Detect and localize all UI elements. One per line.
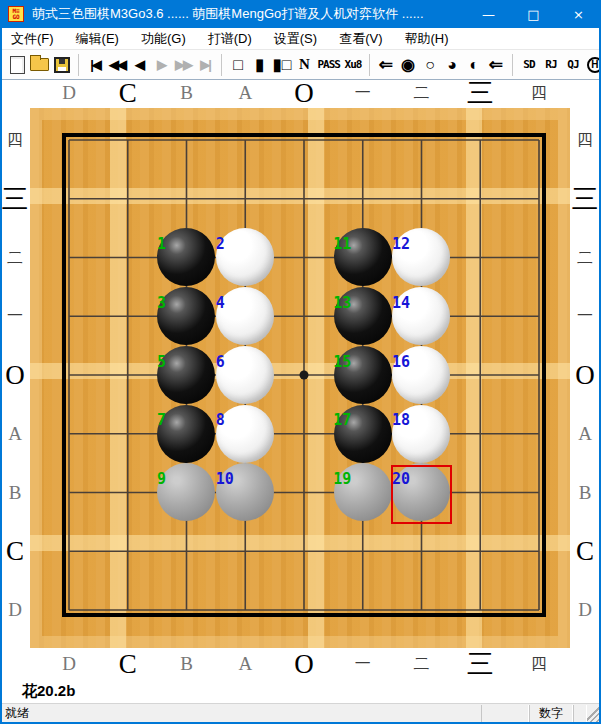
board-intersection[interactable] <box>451 463 510 522</box>
move-number-1: 1 <box>157 235 166 253</box>
coord-label-bottom-8: 四 <box>531 654 547 675</box>
board-intersection[interactable] <box>98 522 157 581</box>
white-stone-2 <box>216 228 274 286</box>
board-intersection[interactable] <box>275 287 334 346</box>
board-intersection[interactable] <box>333 169 392 228</box>
move-number-14: 14 <box>392 294 410 312</box>
minimize-button[interactable]: — <box>466 0 511 28</box>
board-intersection[interactable] <box>510 404 569 463</box>
coord-label-bottom-5: 一 <box>355 654 371 675</box>
board-intersection[interactable] <box>40 581 99 640</box>
board-intersection[interactable] <box>98 228 157 287</box>
board-intersection[interactable] <box>451 522 510 581</box>
coord-label-left-1: 三 <box>2 181 29 217</box>
board-intersection[interactable] <box>216 522 275 581</box>
coord-label-top-1: C <box>119 78 137 109</box>
pac-stone-mode-button[interactable]: ◕ <box>441 53 463 77</box>
toolbar-separator <box>369 54 370 76</box>
board-intersection[interactable]: 10 <box>216 463 275 522</box>
new-file-icon <box>10 56 25 74</box>
move-number-8: 8 <box>216 411 225 429</box>
go-board: 1211123413145615167817189101920 <box>30 108 570 648</box>
board-intersection[interactable] <box>40 287 99 346</box>
board-intersection[interactable] <box>40 111 99 170</box>
board-intersection[interactable]: 19 <box>333 463 392 522</box>
board-intersection[interactable] <box>40 169 99 228</box>
move-number-11: 11 <box>333 235 351 253</box>
coord-label-right-6: B <box>579 482 592 504</box>
board-intersection[interactable] <box>157 522 216 581</box>
board-intersection[interactable]: 16 <box>392 346 451 405</box>
coord-label-right-7: C <box>576 536 594 567</box>
board-intersection[interactable] <box>275 228 334 287</box>
open-folder-icon <box>30 58 49 71</box>
board-intersection[interactable] <box>157 169 216 228</box>
new-file-button[interactable] <box>6 53 28 77</box>
app-icon: M≡ GO <box>8 6 24 22</box>
coord-label-bottom-6: 二 <box>414 654 430 675</box>
menu-item-5[interactable]: 设置(S) <box>263 28 328 50</box>
board-intersection[interactable]: 9 <box>157 463 216 522</box>
title-bar: M≡ GO 萌式三色围棋M3Go3.6 ...... 萌围棋MengGo打谱及人… <box>0 0 601 28</box>
board-intersection[interactable]: 6 <box>216 346 275 405</box>
black-stone-3 <box>157 287 215 345</box>
board-intersection[interactable] <box>510 463 569 522</box>
gray-stone-9 <box>157 463 215 521</box>
board-intersection[interactable] <box>157 111 216 170</box>
coord-label-left-0: 四 <box>7 130 23 151</box>
board-intersection[interactable]: 12 <box>392 228 451 287</box>
move-number-9: 9 <box>157 470 166 488</box>
bar-square-button[interactable]: ▮□ <box>271 53 293 77</box>
fast-forward-button[interactable]: ▶▶ <box>172 53 194 77</box>
black-stone-mode-button[interactable]: ◉ <box>397 53 419 77</box>
move-number-15: 15 <box>333 353 351 371</box>
board-intersection[interactable] <box>275 346 334 405</box>
status-text: 就绪 <box>0 705 481 722</box>
board-intersection[interactable]: 1 <box>157 228 216 287</box>
white-stone-4 <box>216 287 274 345</box>
board-intersection[interactable] <box>392 522 451 581</box>
move-number-7: 7 <box>157 411 166 429</box>
toolbar-separator <box>221 54 222 76</box>
coord-label-left-7: C <box>6 536 24 567</box>
xu8-button[interactable]: Xu8 <box>342 53 364 77</box>
coord-label-right-8: D <box>578 599 592 621</box>
status-cell-1 <box>481 705 529 722</box>
board-intersection[interactable] <box>275 463 334 522</box>
board-intersection[interactable] <box>98 111 157 170</box>
board-intersection[interactable]: 2 <box>216 228 275 287</box>
bar-button[interactable]: ▮ <box>249 53 271 77</box>
black-stone-7 <box>157 405 215 463</box>
board-intersection[interactable] <box>510 581 569 640</box>
coord-label-top-7: 三 <box>467 75 494 111</box>
n-button[interactable]: N <box>293 53 315 77</box>
open-file-button[interactable] <box>28 53 51 77</box>
board-intersection[interactable] <box>40 463 99 522</box>
close-button[interactable]: × <box>556 0 601 28</box>
board-intersection[interactable] <box>333 522 392 581</box>
rewind-button[interactable]: ◀◀ <box>106 53 128 77</box>
board-intersection[interactable] <box>275 522 334 581</box>
board-client-area: 1211123413145615167817189101920 DCBAO一二三… <box>0 80 601 703</box>
status-cell-3 <box>573 705 587 722</box>
move-number-17: 17 <box>333 411 351 429</box>
toolbar-separator <box>512 54 513 76</box>
move-number-13: 13 <box>333 294 351 312</box>
coord-label-left-2: 二 <box>7 247 23 268</box>
toolbar-separator <box>78 54 79 76</box>
coord-label-bottom-0: D <box>62 653 76 675</box>
undo-arrow-button[interactable]: ⇐ <box>375 53 397 77</box>
board-intersection[interactable] <box>40 404 99 463</box>
sd-button[interactable]: SD <box>518 53 540 77</box>
coord-label-top-8: 四 <box>531 83 547 104</box>
move-number-5: 5 <box>157 353 166 371</box>
board-intersection[interactable]: 8 <box>216 404 275 463</box>
board-intersection[interactable] <box>510 111 569 170</box>
menu-item-7[interactable]: 帮助(H) <box>393 28 459 50</box>
board-intersection[interactable] <box>40 522 99 581</box>
move-number-6: 6 <box>216 353 225 371</box>
menu-item-2[interactable]: 编辑(E) <box>65 28 130 50</box>
coord-label-top-3: A <box>238 82 252 104</box>
window-title: 萌式三色围棋M3Go3.6 ...... 萌围棋MengGo打谱及人机对弈软件 … <box>32 5 424 23</box>
app-icon-bottom: GO <box>12 14 19 20</box>
board-intersection[interactable]: 14 <box>392 287 451 346</box>
pass-button[interactable]: PASS <box>315 53 342 77</box>
undo-arrow2-button[interactable]: ⇐ <box>485 53 507 77</box>
board-intersection[interactable]: 17 <box>333 404 392 463</box>
board-intersection[interactable] <box>98 287 157 346</box>
board-intersection[interactable] <box>392 169 451 228</box>
menu-item-4[interactable]: 打谱(D) <box>197 28 263 50</box>
save-file-button[interactable] <box>51 53 73 77</box>
board-intersection[interactable] <box>510 228 569 287</box>
board-intersection[interactable] <box>275 169 334 228</box>
board-intersection[interactable] <box>40 228 99 287</box>
coord-label-left-3: 一 <box>7 306 23 327</box>
board-intersection[interactable] <box>275 581 334 640</box>
move-number-12: 12 <box>392 235 410 253</box>
coord-label-top-4: O <box>294 78 314 109</box>
move-number-18: 18 <box>392 411 410 429</box>
next-move-button[interactable]: ▶ <box>150 53 172 77</box>
board-intersection[interactable] <box>275 404 334 463</box>
prev-move-button[interactable]: ◀ <box>128 53 150 77</box>
board-intersection[interactable] <box>216 111 275 170</box>
coord-label-top-5: 一 <box>355 83 371 104</box>
coord-label-top-2: B <box>180 82 193 104</box>
board-intersection[interactable] <box>451 169 510 228</box>
coord-label-right-3: 一 <box>577 306 593 327</box>
half-stone-mode-button[interactable]: ◐ <box>463 53 485 77</box>
board-intersection[interactable]: 18 <box>392 404 451 463</box>
save-floppy-icon <box>54 57 70 73</box>
coord-label-left-6: B <box>9 482 22 504</box>
board-intersection[interactable]: 13 <box>333 287 392 346</box>
white-stone-8 <box>216 405 274 463</box>
coord-label-right-5: A <box>578 423 592 445</box>
board-intersection[interactable] <box>510 287 569 346</box>
move-annotation: 花20.2b <box>22 682 75 701</box>
menu-item-6[interactable]: 查看(V) <box>328 28 393 50</box>
move-number-10: 10 <box>216 470 234 488</box>
move-number-3: 3 <box>157 294 166 312</box>
coord-label-top-6: 二 <box>414 83 430 104</box>
move-number-16: 16 <box>392 353 410 371</box>
window-border-left <box>0 0 2 724</box>
board-intersection[interactable] <box>40 346 99 405</box>
coord-label-top-0: D <box>62 82 76 104</box>
board-intersection[interactable] <box>98 169 157 228</box>
board-intersection[interactable] <box>451 581 510 640</box>
white-stone-mode-button[interactable]: ○ <box>419 53 441 77</box>
board-intersection[interactable] <box>98 404 157 463</box>
qj-button[interactable]: QJ <box>562 53 584 77</box>
board-intersection[interactable]: 20 <box>392 463 451 522</box>
board-intersection[interactable]: 15 <box>333 346 392 405</box>
board-grid: 1211123413145615167817189101920 <box>40 111 569 640</box>
status-cell-numbers: 数字 <box>529 705 573 722</box>
board-intersection[interactable] <box>451 111 510 170</box>
board-intersection[interactable]: 11 <box>333 228 392 287</box>
window-controls: —□× <box>466 0 601 28</box>
board-intersection[interactable] <box>451 404 510 463</box>
board-intersection[interactable] <box>392 581 451 640</box>
toolbar: |◀◀◀◀▶▶▶▶|□▮▮□NPASSXu8⇐◉○◕◐⇐SDRJQJH <box>0 50 601 80</box>
board-intersection[interactable] <box>510 169 569 228</box>
coord-label-left-8: D <box>8 599 22 621</box>
board-intersection[interactable] <box>451 346 510 405</box>
coord-label-right-1: 三 <box>572 181 599 217</box>
board-intersection[interactable] <box>98 581 157 640</box>
first-move-button[interactable]: |◀ <box>84 53 106 77</box>
black-stone-1 <box>157 228 215 286</box>
coord-label-bottom-4: O <box>294 649 314 680</box>
coord-label-right-0: 四 <box>577 130 593 151</box>
coord-label-bottom-7: 三 <box>467 646 494 682</box>
board-intersection[interactable]: 7 <box>157 404 216 463</box>
maximize-button[interactable]: □ <box>511 0 556 28</box>
menu-item-1[interactable]: 文件(F) <box>0 28 65 50</box>
board-intersection[interactable] <box>275 111 334 170</box>
board-intersection[interactable]: 3 <box>157 287 216 346</box>
board-intersection[interactable] <box>333 581 392 640</box>
menu-bar: 文件(F)编辑(E)功能(G)打谱(D)设置(S)查看(V)帮助(H) <box>0 28 601 50</box>
menu-item-3[interactable]: 功能(G) <box>130 28 197 50</box>
board-intersection[interactable] <box>392 111 451 170</box>
board-intersection[interactable] <box>333 111 392 170</box>
last-move-marker <box>391 465 452 524</box>
status-bar: 就绪 数字 <box>0 703 601 722</box>
move-number-19: 19 <box>333 470 351 488</box>
coord-label-bottom-3: A <box>238 653 252 675</box>
board-intersection[interactable] <box>216 581 275 640</box>
move-number-4: 4 <box>216 294 225 312</box>
board-intersection[interactable]: 5 <box>157 346 216 405</box>
board-intersection[interactable]: 4 <box>216 287 275 346</box>
board-intersection[interactable] <box>451 287 510 346</box>
board-intersection[interactable] <box>157 581 216 640</box>
coord-label-right-2: 二 <box>577 247 593 268</box>
empty-square-button[interactable]: □ <box>227 53 249 77</box>
board-intersection[interactable] <box>98 346 157 405</box>
last-move-button[interactable]: ▶| <box>194 53 216 77</box>
board-intersection[interactable] <box>216 169 275 228</box>
coord-label-bottom-2: B <box>180 653 193 675</box>
move-number-2: 2 <box>216 235 225 253</box>
coord-label-left-5: A <box>8 423 22 445</box>
board-intersection[interactable] <box>98 463 157 522</box>
board-intersection[interactable] <box>510 522 569 581</box>
coord-label-left-4: O <box>5 360 25 391</box>
board-intersection[interactable] <box>451 228 510 287</box>
coord-label-bottom-1: C <box>119 649 137 680</box>
black-stone-5 <box>157 346 215 404</box>
white-stone-6 <box>216 346 274 404</box>
rj-button[interactable]: RJ <box>540 53 562 77</box>
coord-label-right-4: O <box>575 360 595 391</box>
board-intersection[interactable] <box>510 346 569 405</box>
